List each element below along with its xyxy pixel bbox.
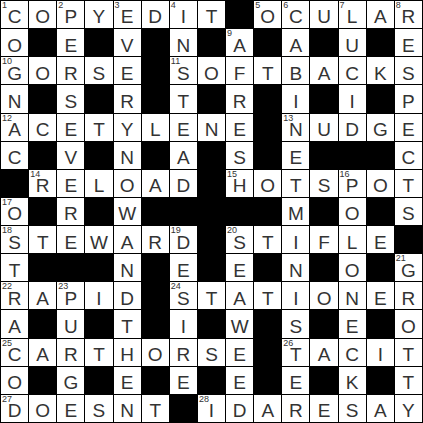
cell-r9c2[interactable]: T: [29, 226, 56, 253]
cell-r5c13[interactable]: D: [339, 114, 366, 141]
cell-r13c6[interactable]: O: [142, 339, 169, 366]
letter-r1c1: C: [1, 7, 28, 26]
cell-r11c12[interactable]: O: [310, 282, 337, 309]
cell-r6c11[interactable]: E: [282, 142, 309, 169]
cell-r3c7[interactable]: 11S: [170, 57, 197, 84]
letter-r15c3: E: [57, 401, 84, 420]
cell-r13c14[interactable]: I: [367, 339, 394, 366]
cell-r14c5[interactable]: E: [114, 367, 141, 394]
cell-r9c7[interactable]: 19D: [170, 226, 197, 253]
black-cell-r4c12: [310, 85, 337, 112]
cell-r9c5[interactable]: A: [114, 226, 141, 253]
letter-r11c12: O: [310, 288, 337, 307]
letter-r6c5: N: [114, 148, 141, 167]
cell-r7c4[interactable]: L: [85, 170, 112, 197]
cell-r3c2[interactable]: O: [29, 57, 56, 84]
cell-r7c11[interactable]: T: [282, 170, 309, 197]
cell-r5c7[interactable]: E: [170, 114, 197, 141]
letter-r5c8: N: [198, 119, 225, 138]
cell-r14c15[interactable]: T: [395, 367, 422, 394]
cell-r11c8[interactable]: T: [198, 282, 225, 309]
black-cell-r6c8: [198, 142, 225, 169]
letter-r12c1: A: [1, 316, 28, 335]
letter-r12c13: E: [339, 316, 366, 335]
letter-r4c11: I: [282, 91, 309, 110]
black-cell-r10c12: [310, 254, 337, 281]
cell-r9c14[interactable]: E: [367, 226, 394, 253]
cell-r9c13[interactable]: L: [339, 226, 366, 253]
cell-r11c14[interactable]: E: [367, 282, 394, 309]
letter-r4c1: N: [1, 91, 28, 110]
letter-r13c12: A: [310, 345, 337, 364]
cell-r4c13[interactable]: I: [339, 85, 366, 112]
cell-r8c5[interactable]: W: [114, 198, 141, 225]
cell-r13c3[interactable]: R: [57, 339, 84, 366]
cell-r12c3[interactable]: U: [57, 310, 84, 337]
cell-r15c3[interactable]: E: [57, 395, 84, 422]
cell-r10c5[interactable]: N: [114, 254, 141, 281]
cell-r15c2[interactable]: O: [29, 395, 56, 422]
letter-r9c7: D: [170, 232, 197, 251]
letter-r15c1: D: [1, 401, 28, 420]
letter-r5c4: T: [85, 119, 112, 138]
letter-r11c11: I: [282, 288, 309, 307]
cell-r12c11[interactable]: S: [282, 310, 309, 337]
letter-r12c5: T: [114, 316, 141, 335]
cell-r5c9[interactable]: E: [226, 114, 253, 141]
cell-r2c5[interactable]: V: [114, 29, 141, 56]
letter-r7c7: D: [170, 176, 197, 195]
black-cell-r4c10: [254, 85, 281, 112]
cell-r1c13[interactable]: 7L: [339, 1, 366, 28]
letter-r11c5: D: [114, 288, 141, 307]
black-cell-r10c10: [254, 254, 281, 281]
letter-r12c11: S: [282, 316, 309, 335]
cell-r7c3[interactable]: E: [57, 170, 84, 197]
cell-r7c6[interactable]: A: [142, 170, 169, 197]
cell-r6c15[interactable]: C: [395, 142, 422, 169]
letter-r5c7: E: [170, 119, 197, 138]
letter-r4c15: P: [395, 91, 422, 110]
black-cell-r4c8: [198, 85, 225, 112]
letter-r3c9: F: [226, 63, 253, 82]
letter-r14c13: K: [339, 373, 366, 392]
cell-r2c7[interactable]: N: [170, 29, 197, 56]
cell-r5c15[interactable]: E: [395, 114, 422, 141]
cell-r14c7[interactable]: E: [170, 367, 197, 394]
cell-r4c11[interactable]: I: [282, 85, 309, 112]
letter-r12c15: O: [395, 316, 422, 335]
black-cell-r8c7: [170, 198, 197, 225]
letter-r2c13: U: [339, 35, 366, 54]
letter-r11c4: I: [85, 288, 112, 307]
letter-r4c3: S: [57, 91, 84, 110]
letter-r1c10: O: [254, 7, 281, 26]
letter-r11c10: T: [254, 288, 281, 307]
black-cell-r12c2: [29, 310, 56, 337]
cell-r3c3[interactable]: R: [57, 57, 84, 84]
cell-r1c3[interactable]: 2P: [57, 1, 84, 28]
cell-r1c12[interactable]: U: [310, 1, 337, 28]
cell-r7c12[interactable]: S: [310, 170, 337, 197]
letter-r5c2: C: [29, 119, 56, 138]
letter-r13c5: H: [114, 345, 141, 364]
cell-r11c3[interactable]: 23P: [57, 282, 84, 309]
cell-r12c9[interactable]: W: [226, 310, 253, 337]
letter-r6c9: S: [226, 148, 253, 167]
cell-r10c13[interactable]: O: [339, 254, 366, 281]
cell-r11c2[interactable]: A: [29, 282, 56, 309]
cell-r7c7[interactable]: D: [170, 170, 197, 197]
black-cell-r2c4: [85, 29, 112, 56]
black-cell-r6c14: [367, 142, 394, 169]
letter-r14c5: E: [114, 373, 141, 392]
letter-r11c2: A: [29, 288, 56, 307]
cell-r3c14[interactable]: K: [367, 57, 394, 84]
black-cell-r10c3: [57, 254, 84, 281]
letter-r2c1: O: [1, 35, 28, 54]
letter-r14c9: E: [226, 373, 253, 392]
cell-r1c2[interactable]: O: [29, 1, 56, 28]
cell-r5c11[interactable]: 13N: [282, 114, 309, 141]
cell-r4c3[interactable]: S: [57, 85, 84, 112]
cell-r13c8[interactable]: S: [198, 339, 225, 366]
cell-r15c8[interactable]: 28I: [198, 395, 225, 422]
letter-r13c3: R: [57, 345, 84, 364]
cell-r4c7[interactable]: T: [170, 85, 197, 112]
cell-r3c9[interactable]: F: [226, 57, 253, 84]
cell-r4c1[interactable]: N: [1, 85, 28, 112]
cell-r15c12[interactable]: E: [310, 395, 337, 422]
letter-r3c7: S: [170, 63, 197, 82]
cell-r5c3[interactable]: E: [57, 114, 84, 141]
cell-r1c5[interactable]: 3E: [114, 1, 141, 28]
black-cell-r14c10: [254, 367, 281, 394]
cell-r15c1[interactable]: 27D: [1, 395, 28, 422]
letter-r1c11: C: [282, 7, 309, 26]
cell-r12c5[interactable]: T: [114, 310, 141, 337]
cell-r3c11[interactable]: B: [282, 57, 309, 84]
letter-r2c11: A: [282, 35, 309, 54]
cell-r4c5[interactable]: R: [114, 85, 141, 112]
letter-r8c15: S: [395, 204, 422, 223]
letter-r11c14: E: [367, 288, 394, 307]
cell-r13c2[interactable]: A: [29, 339, 56, 366]
black-cell-r6c12: [310, 142, 337, 169]
cell-r1c6[interactable]: D: [142, 1, 169, 28]
letter-r15c5: N: [114, 401, 141, 420]
cell-r2c13[interactable]: U: [339, 29, 366, 56]
letter-r3c10: T: [254, 63, 281, 82]
letter-r13c6: O: [142, 345, 169, 364]
cell-r13c5[interactable]: H: [114, 339, 141, 366]
cell-r11c13[interactable]: N: [339, 282, 366, 309]
cell-r13c7[interactable]: R: [170, 339, 197, 366]
cell-r3c8[interactable]: O: [198, 57, 225, 84]
cell-r2c3[interactable]: E: [57, 29, 84, 56]
letter-r3c12: A: [310, 63, 337, 82]
letter-r7c5: O: [114, 176, 141, 195]
cell-r5c4[interactable]: T: [85, 114, 112, 141]
cell-r9c6[interactable]: R: [142, 226, 169, 253]
letter-r10c13: O: [339, 260, 366, 279]
black-cell-r10c4: [85, 254, 112, 281]
letter-r5c14: G: [367, 119, 394, 138]
cell-r1c7[interactable]: 4I: [170, 1, 197, 28]
cell-r15c14[interactable]: A: [367, 395, 394, 422]
cell-r11c11[interactable]: I: [282, 282, 309, 309]
letter-r4c9: R: [226, 91, 253, 110]
letter-r7c2: R: [29, 176, 56, 195]
letter-r12c3: U: [57, 316, 84, 335]
letter-r8c5: W: [114, 204, 141, 223]
letter-r3c15: S: [395, 63, 422, 82]
cell-r10c15[interactable]: 21G: [395, 254, 422, 281]
letter-r11c13: N: [339, 288, 366, 307]
cell-r10c1[interactable]: T: [1, 254, 28, 281]
cell-r1c14[interactable]: A: [367, 1, 394, 28]
letter-r9c10: T: [254, 232, 281, 251]
cell-r3c4[interactable]: S: [85, 57, 112, 84]
letter-r5c1: A: [1, 119, 28, 138]
letter-r4c13: I: [339, 91, 366, 110]
cell-r13c12[interactable]: A: [310, 339, 337, 366]
cell-r15c4[interactable]: S: [85, 395, 112, 422]
letter-r15c2: O: [29, 401, 56, 420]
cell-r1c15[interactable]: 8R: [395, 1, 422, 28]
letter-r9c3: E: [57, 232, 84, 251]
letter-r10c15: G: [395, 260, 422, 279]
cell-r1c4[interactable]: Y: [85, 1, 112, 28]
letter-r4c7: T: [170, 91, 197, 110]
cell-r3c10[interactable]: T: [254, 57, 281, 84]
black-cell-r4c2: [29, 85, 56, 112]
cell-r5c6[interactable]: L: [142, 114, 169, 141]
cell-r15c9[interactable]: D: [226, 395, 253, 422]
cell-r3c12[interactable]: A: [310, 57, 337, 84]
cell-r11c15[interactable]: R: [395, 282, 422, 309]
cell-r15c13[interactable]: S: [339, 395, 366, 422]
cell-r6c1[interactable]: C: [1, 142, 28, 169]
black-cell-r10c2: [29, 254, 56, 281]
letter-r8c3: R: [57, 204, 84, 223]
letter-r7c4: L: [85, 176, 112, 195]
cell-r12c13[interactable]: E: [339, 310, 366, 337]
cell-r12c15[interactable]: O: [395, 310, 422, 337]
letter-r5c6: L: [142, 119, 169, 138]
black-cell-r15c7: [170, 395, 197, 422]
cell-r5c2[interactable]: C: [29, 114, 56, 141]
cell-r5c8[interactable]: N: [198, 114, 225, 141]
letter-r2c9: A: [226, 35, 253, 54]
cell-r6c5[interactable]: N: [114, 142, 141, 169]
letter-r14c1: O: [1, 373, 28, 392]
black-cell-r4c4: [85, 85, 112, 112]
crossword-board: 1CO2PY3ED4IT5O6CU7LA8ROEVN9AAUE10GORSE11…: [0, 0, 423, 423]
cell-r7c15[interactable]: T: [395, 170, 422, 197]
letter-r8c13: O: [339, 204, 366, 223]
cell-r14c11[interactable]: E: [282, 367, 309, 394]
cell-r14c13[interactable]: K: [339, 367, 366, 394]
black-cell-r12c14: [367, 310, 394, 337]
cell-r5c14[interactable]: G: [367, 114, 394, 141]
cell-r8c15[interactable]: S: [395, 198, 422, 225]
black-cell-r10c14: [367, 254, 394, 281]
letter-r15c4: S: [85, 401, 112, 420]
black-cell-r6c2: [29, 142, 56, 169]
cell-r14c9[interactable]: E: [226, 367, 253, 394]
cell-r2c1[interactable]: O: [1, 29, 28, 56]
cell-r11c4[interactable]: I: [85, 282, 112, 309]
black-cell-r8c12: [310, 198, 337, 225]
cell-r2c11[interactable]: A: [282, 29, 309, 56]
letter-r15c13: S: [339, 401, 366, 420]
cell-r10c11[interactable]: N: [282, 254, 309, 281]
black-cell-r12c8: [198, 310, 225, 337]
black-cell-r6c6: [142, 142, 169, 169]
cell-r5c5[interactable]: Y: [114, 114, 141, 141]
black-cell-r13c10: [254, 339, 281, 366]
letter-r5c5: Y: [114, 119, 141, 138]
black-cell-r3c6: [142, 57, 169, 84]
letter-r13c2: A: [29, 345, 56, 364]
cell-r1c8[interactable]: T: [198, 1, 225, 28]
cell-r12c7[interactable]: I: [170, 310, 197, 337]
cell-r4c15[interactable]: P: [395, 85, 422, 112]
black-cell-r8c10: [254, 198, 281, 225]
letter-r3c1: G: [1, 63, 28, 82]
cell-r9c10[interactable]: T: [254, 226, 281, 253]
letter-r8c1: O: [1, 204, 28, 223]
black-cell-r14c6: [142, 367, 169, 394]
cell-r11c5[interactable]: D: [114, 282, 141, 309]
cell-r10c9[interactable]: E: [226, 254, 253, 281]
letter-r15c11: R: [282, 401, 309, 420]
letter-r15c10: A: [254, 401, 281, 420]
letter-r1c14: A: [367, 7, 394, 26]
cell-r13c9[interactable]: E: [226, 339, 253, 366]
cell-r14c1[interactable]: O: [1, 367, 28, 394]
black-cell-r2c6: [142, 29, 169, 56]
black-cell-r8c8: [198, 198, 225, 225]
black-cell-r5c10: [254, 114, 281, 141]
cell-r6c7[interactable]: A: [170, 142, 197, 169]
black-cell-r7c8: [198, 170, 225, 197]
cell-r9c11[interactable]: I: [282, 226, 309, 253]
letter-r8c11: M: [282, 204, 309, 223]
letter-r15c15: Y: [395, 401, 422, 420]
cell-r4c9[interactable]: R: [226, 85, 253, 112]
cell-r11c10[interactable]: T: [254, 282, 281, 309]
letter-r9c6: R: [142, 232, 169, 251]
letter-r7c12: S: [310, 176, 337, 195]
letter-r13c14: I: [367, 345, 394, 364]
cell-r5c1[interactable]: 12A: [1, 114, 28, 141]
cell-r6c9[interactable]: S: [226, 142, 253, 169]
letter-r4c5: R: [114, 91, 141, 110]
cell-r9c3[interactable]: E: [57, 226, 84, 253]
cell-r3c1[interactable]: 10G: [1, 57, 28, 84]
cell-r7c13[interactable]: 16P: [339, 170, 366, 197]
cell-r15c10[interactable]: A: [254, 395, 281, 422]
cell-r12c1[interactable]: A: [1, 310, 28, 337]
cell-r11c7[interactable]: 24S: [170, 282, 197, 309]
black-cell-r14c12: [310, 367, 337, 394]
cell-r8c13[interactable]: O: [339, 198, 366, 225]
letter-r10c11: N: [282, 260, 309, 279]
black-cell-r8c14: [367, 198, 394, 225]
cell-r1c11[interactable]: 6C: [282, 1, 309, 28]
cell-r7c5[interactable]: O: [114, 170, 141, 197]
letter-r9c9: S: [226, 232, 253, 251]
cell-r14c3[interactable]: G: [57, 367, 84, 394]
cell-r8c11[interactable]: M: [282, 198, 309, 225]
cell-r7c9[interactable]: 15H: [226, 170, 253, 197]
cell-r9c1[interactable]: 18S: [1, 226, 28, 253]
cell-r7c2[interactable]: 14R: [29, 170, 56, 197]
cell-r9c4[interactable]: W: [85, 226, 112, 253]
cell-r1c1[interactable]: 1C: [1, 1, 28, 28]
cell-r15c5[interactable]: N: [114, 395, 141, 422]
letter-r5c9: E: [226, 119, 253, 138]
cell-r1c10[interactable]: 5O: [254, 1, 281, 28]
letter-r6c3: V: [57, 148, 84, 167]
letter-r11c15: R: [395, 288, 422, 307]
black-cell-r6c10: [254, 142, 281, 169]
letter-r6c11: E: [282, 148, 309, 167]
letter-r6c7: A: [170, 148, 197, 167]
cell-r11c9[interactable]: A: [226, 282, 253, 309]
black-cell-r6c13: [339, 142, 366, 169]
letter-r9c13: L: [339, 232, 366, 251]
cell-r11c1[interactable]: 22R: [1, 282, 28, 309]
cell-r6c3[interactable]: V: [57, 142, 84, 169]
cell-r15c15[interactable]: Y: [395, 395, 422, 422]
cell-r10c7[interactable]: E: [170, 254, 197, 281]
letter-r12c9: W: [226, 316, 253, 335]
letter-r10c7: E: [170, 260, 197, 279]
cell-r13c15[interactable]: T: [395, 339, 422, 366]
letter-r7c14: O: [367, 176, 394, 195]
letter-r13c15: T: [395, 345, 422, 364]
cell-r13c11[interactable]: 26T: [282, 339, 309, 366]
letter-r3c4: S: [85, 63, 112, 82]
cell-r3c5[interactable]: E: [114, 57, 141, 84]
cell-r5c12[interactable]: U: [310, 114, 337, 141]
cell-r9c12[interactable]: F: [310, 226, 337, 253]
cell-r8c3[interactable]: R: [57, 198, 84, 225]
cell-r7c14[interactable]: O: [367, 170, 394, 197]
letter-r12c7: I: [170, 316, 197, 335]
cell-r13c13[interactable]: C: [339, 339, 366, 366]
black-cell-r2c14: [367, 29, 394, 56]
cell-r3c15[interactable]: S: [395, 57, 422, 84]
letter-r7c3: E: [57, 176, 84, 195]
letter-r10c5: N: [114, 260, 141, 279]
cell-r3c13[interactable]: C: [339, 57, 366, 84]
cell-r13c1[interactable]: 25C: [1, 339, 28, 366]
letter-r14c3: G: [57, 373, 84, 392]
letter-r5c12: U: [310, 119, 337, 138]
cell-r9c9[interactable]: 20S: [226, 226, 253, 253]
cell-r15c11[interactable]: R: [282, 395, 309, 422]
cell-r8c1[interactable]: 17O: [1, 198, 28, 225]
cell-r2c9[interactable]: 9A: [226, 29, 253, 56]
cell-r7c10[interactable]: O: [254, 170, 281, 197]
cell-r2c15[interactable]: E: [395, 29, 422, 56]
cell-r13c4[interactable]: T: [85, 339, 112, 366]
cell-r15c6[interactable]: T: [142, 395, 169, 422]
